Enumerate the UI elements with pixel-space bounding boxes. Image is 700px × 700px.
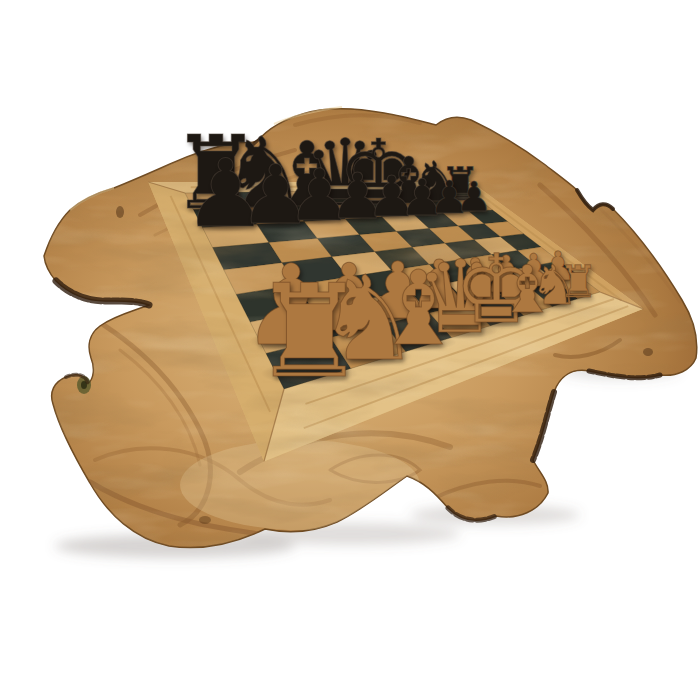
piece-white-rook-h1[interactable]: ♜	[559, 260, 598, 304]
chess-photo-stage: ♜♞♝♛♚♝♞♜♟♟♟♟♟♟♟♟♟♟♟♟♟♟♟♟♜♞♝♛♚♝♞♜	[0, 0, 700, 700]
pieces-layer: ♜♞♝♛♚♝♞♜♟♟♟♟♟♟♟♟♟♟♟♟♟♟♟♟♜♞♝♛♚♝♞♜	[0, 0, 700, 700]
piece-black-pawn-h7[interactable]: ♟	[456, 177, 493, 218]
